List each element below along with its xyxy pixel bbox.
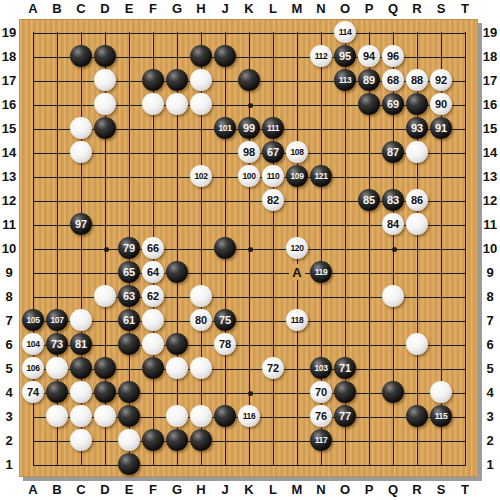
intersection-L7[interactable] [261,308,285,332]
intersection-L4[interactable] [261,380,285,404]
intersection-F11[interactable] [141,212,165,236]
intersection-L2[interactable] [261,428,285,452]
intersection-K5[interactable] [237,356,261,380]
intersection-L17[interactable] [261,68,285,92]
intersection-K13[interactable]: 100 [237,164,261,188]
intersection-K12[interactable] [237,188,261,212]
intersection-N6[interactable] [309,332,333,356]
intersection-Q2[interactable] [381,428,405,452]
intersection-M14[interactable]: 108 [285,140,309,164]
intersection-R16[interactable] [405,92,429,116]
intersection-B18[interactable] [45,44,69,68]
intersection-J6[interactable]: 78 [213,332,237,356]
intersection-P4[interactable] [357,380,381,404]
intersection-S2[interactable] [429,428,453,452]
intersection-O12[interactable] [333,188,357,212]
intersection-C17[interactable] [69,68,93,92]
intersection-B3[interactable] [45,404,69,428]
intersection-Q14[interactable]: 87 [381,140,405,164]
intersection-E13[interactable] [117,164,141,188]
intersection-D10[interactable] [93,236,117,260]
intersection-E3[interactable] [117,404,141,428]
intersection-F15[interactable] [141,116,165,140]
intersection-S7[interactable] [429,308,453,332]
intersection-H11[interactable] [189,212,213,236]
intersection-F13[interactable] [141,164,165,188]
intersection-O9[interactable] [333,260,357,284]
intersection-O1[interactable] [333,452,357,476]
intersection-N4[interactable]: 70 [309,380,333,404]
intersection-T11[interactable] [453,212,477,236]
intersection-J1[interactable] [213,452,237,476]
intersection-S15[interactable]: 91 [429,116,453,140]
intersection-P1[interactable] [357,452,381,476]
intersection-B11[interactable] [45,212,69,236]
intersection-L11[interactable] [261,212,285,236]
intersection-H2[interactable] [189,428,213,452]
intersection-L9[interactable] [261,260,285,284]
intersection-C1[interactable] [69,452,93,476]
intersection-B17[interactable] [45,68,69,92]
intersection-M19[interactable] [285,20,309,44]
intersection-O5[interactable]: 71 [333,356,357,380]
intersection-B12[interactable] [45,188,69,212]
intersection-O17[interactable]: 113 [333,68,357,92]
intersection-R3[interactable] [405,404,429,428]
intersection-P19[interactable] [357,20,381,44]
intersection-O15[interactable] [333,116,357,140]
intersection-T6[interactable] [453,332,477,356]
intersection-N15[interactable] [309,116,333,140]
intersection-D8[interactable] [93,284,117,308]
intersection-Q11[interactable]: 84 [381,212,405,236]
intersection-K4[interactable] [237,380,261,404]
intersection-A16[interactable] [21,92,45,116]
intersection-O19[interactable]: 114 [333,20,357,44]
intersection-D15[interactable] [93,116,117,140]
intersection-K3[interactable]: 116 [237,404,261,428]
intersection-R13[interactable] [405,164,429,188]
intersection-G5[interactable] [165,356,189,380]
intersection-C3[interactable] [69,404,93,428]
intersection-C5[interactable] [69,356,93,380]
intersection-T1[interactable] [453,452,477,476]
intersection-C4[interactable] [69,380,93,404]
intersection-G1[interactable] [165,452,189,476]
intersection-N19[interactable] [309,20,333,44]
intersection-E11[interactable] [117,212,141,236]
intersection-D17[interactable] [93,68,117,92]
intersection-H6[interactable] [189,332,213,356]
intersection-J8[interactable] [213,284,237,308]
intersection-A17[interactable] [21,68,45,92]
intersection-G18[interactable] [165,44,189,68]
intersection-H5[interactable] [189,356,213,380]
intersection-E6[interactable] [117,332,141,356]
intersection-R4[interactable] [405,380,429,404]
intersection-A6[interactable]: 104 [21,332,45,356]
intersection-L15[interactable]: 111 [261,116,285,140]
intersection-Q1[interactable] [381,452,405,476]
intersection-M17[interactable] [285,68,309,92]
intersection-M6[interactable] [285,332,309,356]
intersection-E17[interactable] [117,68,141,92]
intersection-O7[interactable] [333,308,357,332]
intersection-B8[interactable] [45,284,69,308]
intersection-T8[interactable] [453,284,477,308]
intersection-F19[interactable] [141,20,165,44]
intersection-E4[interactable] [117,380,141,404]
intersection-J15[interactable]: 101 [213,116,237,140]
intersection-D11[interactable] [93,212,117,236]
intersection-N5[interactable]: 103 [309,356,333,380]
intersection-R2[interactable] [405,428,429,452]
intersection-M2[interactable] [285,428,309,452]
intersection-B19[interactable] [45,20,69,44]
intersection-H12[interactable] [189,188,213,212]
intersection-A14[interactable] [21,140,45,164]
intersection-S9[interactable] [429,260,453,284]
intersection-L12[interactable]: 82 [261,188,285,212]
intersection-S10[interactable] [429,236,453,260]
intersection-A4[interactable]: 74 [21,380,45,404]
intersection-K11[interactable] [237,212,261,236]
intersection-E12[interactable] [117,188,141,212]
intersection-N8[interactable] [309,284,333,308]
intersection-M7[interactable]: 118 [285,308,309,332]
intersection-Q16[interactable]: 69 [381,92,405,116]
intersection-M15[interactable] [285,116,309,140]
intersection-T10[interactable] [453,236,477,260]
intersection-D14[interactable] [93,140,117,164]
intersection-O14[interactable] [333,140,357,164]
intersection-B9[interactable] [45,260,69,284]
intersection-K1[interactable] [237,452,261,476]
intersection-G12[interactable] [165,188,189,212]
intersection-G11[interactable] [165,212,189,236]
intersection-L3[interactable] [261,404,285,428]
intersection-J14[interactable] [213,140,237,164]
intersection-N2[interactable]: 117 [309,428,333,452]
intersection-S19[interactable] [429,20,453,44]
intersection-M5[interactable] [285,356,309,380]
intersection-L13[interactable]: 110 [261,164,285,188]
intersection-C15[interactable] [69,116,93,140]
intersection-M9[interactable]: A [285,260,309,284]
intersection-Q12[interactable]: 83 [381,188,405,212]
intersection-N11[interactable] [309,212,333,236]
intersection-M1[interactable] [285,452,309,476]
intersection-E8[interactable]: 63 [117,284,141,308]
intersection-E15[interactable] [117,116,141,140]
intersection-O4[interactable] [333,380,357,404]
intersection-K14[interactable]: 98 [237,140,261,164]
intersection-T2[interactable] [453,428,477,452]
intersection-M4[interactable] [285,380,309,404]
intersection-J16[interactable] [213,92,237,116]
intersection-T9[interactable] [453,260,477,284]
intersection-F16[interactable] [141,92,165,116]
intersection-D5[interactable] [93,356,117,380]
intersection-F1[interactable] [141,452,165,476]
intersection-E1[interactable] [117,452,141,476]
intersection-J13[interactable] [213,164,237,188]
intersection-D9[interactable] [93,260,117,284]
intersection-E2[interactable] [117,428,141,452]
intersection-B2[interactable] [45,428,69,452]
intersection-N1[interactable] [309,452,333,476]
intersection-B4[interactable] [45,380,69,404]
intersection-H15[interactable] [189,116,213,140]
intersection-M10[interactable]: 120 [285,236,309,260]
intersection-G10[interactable] [165,236,189,260]
intersection-Q3[interactable] [381,404,405,428]
intersection-P16[interactable] [357,92,381,116]
intersection-D19[interactable] [93,20,117,44]
intersection-H9[interactable] [189,260,213,284]
intersection-P8[interactable] [357,284,381,308]
intersection-F14[interactable] [141,140,165,164]
intersection-C9[interactable] [69,260,93,284]
intersection-N13[interactable]: 121 [309,164,333,188]
intersection-M3[interactable] [285,404,309,428]
intersection-M11[interactable] [285,212,309,236]
intersection-P15[interactable] [357,116,381,140]
intersection-K8[interactable] [237,284,261,308]
intersection-C18[interactable] [69,44,93,68]
intersection-H18[interactable] [189,44,213,68]
intersection-R1[interactable] [405,452,429,476]
intersection-J7[interactable]: 75 [213,308,237,332]
intersection-P13[interactable] [357,164,381,188]
intersection-O10[interactable] [333,236,357,260]
intersection-J12[interactable] [213,188,237,212]
intersection-O18[interactable]: 95 [333,44,357,68]
intersection-T4[interactable] [453,380,477,404]
intersection-S17[interactable]: 92 [429,68,453,92]
intersection-N16[interactable] [309,92,333,116]
intersection-A1[interactable] [21,452,45,476]
intersection-E18[interactable] [117,44,141,68]
intersection-C6[interactable]: 81 [69,332,93,356]
intersection-T7[interactable] [453,308,477,332]
intersection-Q5[interactable] [381,356,405,380]
intersection-F3[interactable] [141,404,165,428]
intersection-P10[interactable] [357,236,381,260]
intersection-S12[interactable] [429,188,453,212]
intersection-J2[interactable] [213,428,237,452]
intersection-C13[interactable] [69,164,93,188]
intersection-P11[interactable] [357,212,381,236]
intersection-J3[interactable] [213,404,237,428]
intersection-A11[interactable] [21,212,45,236]
intersection-A18[interactable] [21,44,45,68]
intersection-O11[interactable] [333,212,357,236]
intersection-S13[interactable] [429,164,453,188]
intersection-R10[interactable] [405,236,429,260]
intersection-O16[interactable] [333,92,357,116]
intersection-F7[interactable] [141,308,165,332]
intersection-O6[interactable] [333,332,357,356]
intersection-D18[interactable] [93,44,117,68]
intersection-G9[interactable] [165,260,189,284]
intersection-F9[interactable]: 64 [141,260,165,284]
intersection-R8[interactable] [405,284,429,308]
intersection-K10[interactable] [237,236,261,260]
intersection-P17[interactable]: 89 [357,68,381,92]
intersection-O3[interactable]: 77 [333,404,357,428]
intersection-F12[interactable] [141,188,165,212]
intersection-R12[interactable]: 86 [405,188,429,212]
intersection-G6[interactable] [165,332,189,356]
intersection-E14[interactable] [117,140,141,164]
intersection-T18[interactable] [453,44,477,68]
intersection-Q6[interactable] [381,332,405,356]
intersection-N7[interactable] [309,308,333,332]
intersection-E16[interactable] [117,92,141,116]
intersection-H4[interactable] [189,380,213,404]
intersection-D12[interactable] [93,188,117,212]
intersection-P9[interactable] [357,260,381,284]
intersection-N12[interactable] [309,188,333,212]
intersection-C10[interactable] [69,236,93,260]
intersection-D3[interactable] [93,404,117,428]
intersection-O13[interactable] [333,164,357,188]
intersection-L8[interactable] [261,284,285,308]
intersection-D4[interactable] [93,380,117,404]
intersection-G4[interactable] [165,380,189,404]
intersection-C7[interactable] [69,308,93,332]
intersection-Q4[interactable] [381,380,405,404]
intersection-F8[interactable]: 62 [141,284,165,308]
intersection-Q7[interactable] [381,308,405,332]
intersection-A9[interactable] [21,260,45,284]
intersection-M8[interactable] [285,284,309,308]
intersection-T16[interactable] [453,92,477,116]
intersection-G3[interactable] [165,404,189,428]
intersection-Q9[interactable] [381,260,405,284]
intersection-H13[interactable]: 102 [189,164,213,188]
intersection-A3[interactable] [21,404,45,428]
intersection-B5[interactable] [45,356,69,380]
intersection-E19[interactable] [117,20,141,44]
intersection-F18[interactable] [141,44,165,68]
intersection-H1[interactable] [189,452,213,476]
intersection-L10[interactable] [261,236,285,260]
intersection-O2[interactable] [333,428,357,452]
intersection-B7[interactable]: 107 [45,308,69,332]
intersection-C11[interactable]: 97 [69,212,93,236]
intersection-C19[interactable] [69,20,93,44]
intersection-P14[interactable] [357,140,381,164]
intersection-F4[interactable] [141,380,165,404]
intersection-J10[interactable] [213,236,237,260]
intersection-B6[interactable]: 73 [45,332,69,356]
intersection-R11[interactable] [405,212,429,236]
intersection-A7[interactable]: 105 [21,308,45,332]
intersection-G19[interactable] [165,20,189,44]
intersection-C16[interactable] [69,92,93,116]
intersection-H16[interactable] [189,92,213,116]
intersection-F5[interactable] [141,356,165,380]
intersection-H3[interactable] [189,404,213,428]
intersection-E9[interactable]: 65 [117,260,141,284]
intersection-K2[interactable] [237,428,261,452]
intersection-H10[interactable] [189,236,213,260]
intersection-S4[interactable] [429,380,453,404]
intersection-K9[interactable] [237,260,261,284]
intersection-A12[interactable] [21,188,45,212]
intersection-T12[interactable] [453,188,477,212]
intersection-R15[interactable]: 93 [405,116,429,140]
intersection-N9[interactable]: 119 [309,260,333,284]
intersection-D7[interactable] [93,308,117,332]
intersection-C2[interactable] [69,428,93,452]
intersection-Q13[interactable] [381,164,405,188]
intersection-G15[interactable] [165,116,189,140]
intersection-E7[interactable]: 61 [117,308,141,332]
intersection-N14[interactable] [309,140,333,164]
intersection-F2[interactable] [141,428,165,452]
intersection-N18[interactable]: 112 [309,44,333,68]
intersection-K19[interactable] [237,20,261,44]
intersection-L19[interactable] [261,20,285,44]
intersection-P5[interactable] [357,356,381,380]
intersection-T15[interactable] [453,116,477,140]
intersection-L6[interactable] [261,332,285,356]
intersection-L5[interactable]: 72 [261,356,285,380]
intersection-S11[interactable] [429,212,453,236]
intersection-H17[interactable] [189,68,213,92]
intersection-D2[interactable] [93,428,117,452]
intersection-A13[interactable] [21,164,45,188]
intersection-S1[interactable] [429,452,453,476]
intersection-A19[interactable] [21,20,45,44]
intersection-J9[interactable] [213,260,237,284]
intersection-O8[interactable] [333,284,357,308]
intersection-J17[interactable] [213,68,237,92]
intersection-G8[interactable] [165,284,189,308]
intersection-P12[interactable]: 85 [357,188,381,212]
intersection-J5[interactable] [213,356,237,380]
intersection-S16[interactable]: 90 [429,92,453,116]
intersection-T14[interactable] [453,140,477,164]
intersection-K15[interactable]: 99 [237,116,261,140]
intersection-G14[interactable] [165,140,189,164]
intersection-S14[interactable] [429,140,453,164]
intersection-P2[interactable] [357,428,381,452]
intersection-N10[interactable] [309,236,333,260]
intersection-F6[interactable] [141,332,165,356]
intersection-C14[interactable] [69,140,93,164]
intersection-K18[interactable] [237,44,261,68]
intersection-M12[interactable] [285,188,309,212]
intersection-L18[interactable] [261,44,285,68]
intersection-C12[interactable] [69,188,93,212]
intersection-R18[interactable] [405,44,429,68]
intersection-M16[interactable] [285,92,309,116]
intersection-J18[interactable] [213,44,237,68]
intersection-F10[interactable]: 66 [141,236,165,260]
intersection-P6[interactable] [357,332,381,356]
intersection-P7[interactable] [357,308,381,332]
intersection-S18[interactable] [429,44,453,68]
intersection-Q18[interactable]: 96 [381,44,405,68]
intersection-R9[interactable] [405,260,429,284]
intersection-H14[interactable] [189,140,213,164]
intersection-E5[interactable] [117,356,141,380]
intersection-J11[interactable] [213,212,237,236]
